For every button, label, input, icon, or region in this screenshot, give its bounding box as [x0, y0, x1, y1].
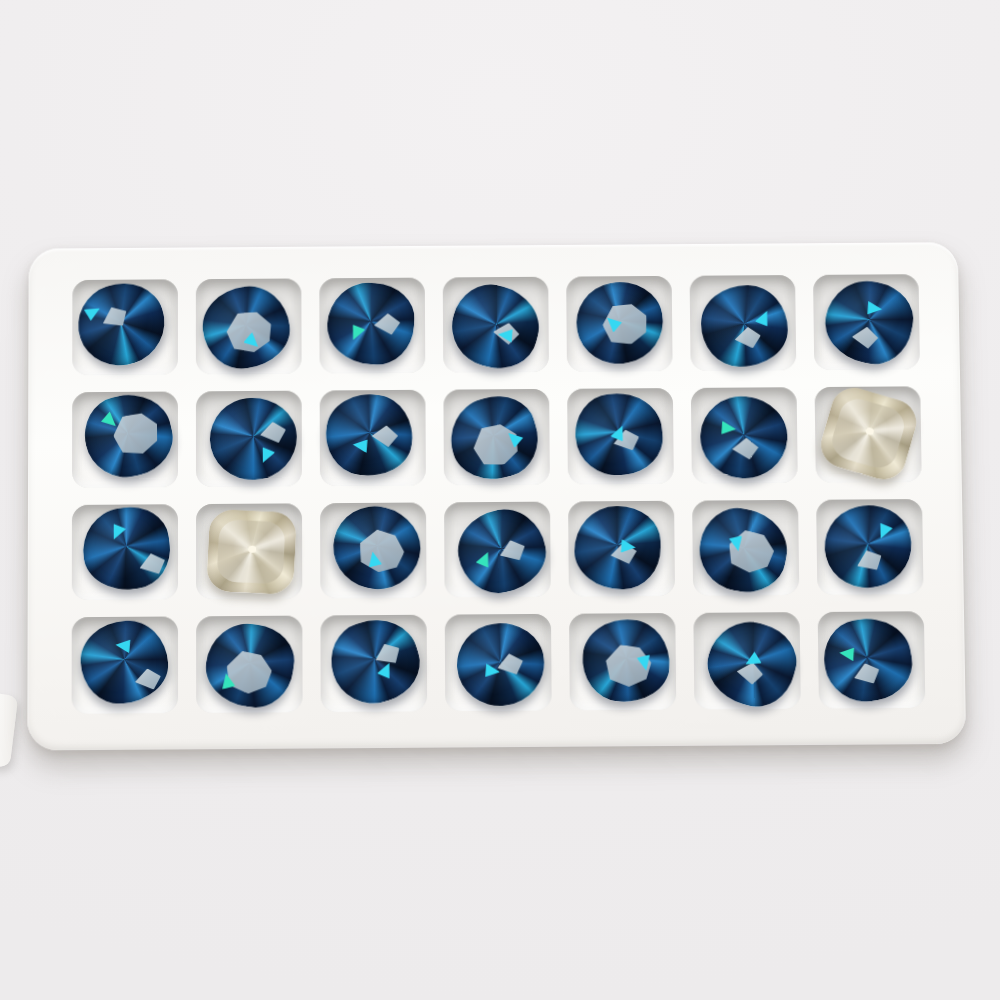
- rhinestone-blue-face-up: [77, 386, 180, 486]
- tray-cell: [693, 612, 801, 709]
- facet-highlight: [134, 668, 161, 691]
- rhinestone-blue-face-up: [817, 612, 917, 708]
- rhinestone-blue-face-up: [569, 275, 669, 371]
- facet-highlight: [259, 422, 286, 444]
- rhinestone-blue-face-up: [324, 280, 416, 367]
- rhinestone-foil-back-up: [815, 382, 921, 485]
- rhinestone-blue-face-up: [321, 609, 429, 714]
- facet-highlight: [109, 409, 162, 459]
- facet-highlight: [496, 652, 524, 676]
- tray-cell: [196, 503, 302, 600]
- facet-cyan-accent: [718, 421, 737, 438]
- tray-cell: [567, 388, 674, 484]
- rhinestone-blue-face-up: [700, 285, 787, 368]
- tray-cell: [320, 390, 426, 486]
- rhinestone-blue-face-up: [574, 506, 662, 589]
- rhinestone-blue-face-up: [452, 619, 548, 711]
- tray-cell: [320, 502, 427, 599]
- foil-point-highlight: [248, 545, 256, 553]
- facet-cyan-accent: [345, 322, 365, 342]
- rhinestone-blue-face-up: [818, 273, 919, 370]
- tray-cell: [72, 391, 178, 487]
- facet-cyan-accent: [99, 411, 119, 431]
- rhinestone-blue-face-up: [692, 502, 792, 599]
- facet-highlight: [354, 527, 408, 578]
- rhinestone-blue-face-up: [698, 612, 804, 715]
- tray-cell: [818, 611, 926, 708]
- facet-highlight: [599, 300, 651, 348]
- tray-cell: [691, 387, 798, 483]
- stray-object-edge: [0, 692, 18, 767]
- tray-cell: [569, 613, 676, 710]
- rhinestone-blue-face-up: [571, 390, 665, 480]
- tray-cell: [72, 504, 178, 601]
- tray-grid: [72, 274, 926, 714]
- rhinestone-blue-face-up: [579, 616, 672, 706]
- tray-cell: [72, 617, 178, 714]
- tray-cell: [196, 390, 302, 486]
- tray-cell: [815, 386, 922, 482]
- facet-cyan-accent: [351, 436, 370, 453]
- facet-cyan-accent: [83, 304, 102, 321]
- tray-cell: [196, 616, 303, 713]
- facet-highlight: [223, 649, 274, 696]
- rhinestone-blue-face-up: [815, 496, 920, 598]
- tray-cell: [72, 279, 178, 375]
- facet-highlight: [852, 661, 881, 687]
- facet-highlight: [371, 640, 402, 668]
- tray-cell: [690, 275, 797, 371]
- tray-cell: [816, 499, 924, 596]
- facet-cyan-accent: [106, 522, 126, 542]
- facet-cyan-accent: [864, 301, 883, 318]
- rhinestone-blue-face-up: [78, 618, 169, 706]
- facet-cyan-accent: [113, 636, 132, 653]
- tray-cell: [320, 615, 427, 712]
- facet-highlight: [731, 437, 759, 461]
- rhinestone-blue-face-up: [324, 498, 428, 599]
- facet-cyan-accent: [482, 664, 501, 681]
- facet-highlight: [137, 552, 166, 577]
- facet-highlight: [373, 312, 400, 335]
- facet-highlight: [853, 547, 884, 574]
- tray-cell: [443, 389, 550, 485]
- rhinestone-blue-face-up: [696, 393, 790, 483]
- tray-cell: [445, 614, 552, 711]
- tray-cell: [443, 277, 549, 373]
- rhinestone-blue-face-up: [451, 502, 553, 600]
- rhinestone-blue-face-up: [67, 272, 175, 377]
- facet-highlight: [497, 538, 527, 564]
- rhinestone-blue-face-up: [320, 389, 418, 483]
- tray-cell: [319, 278, 425, 374]
- rhinestone-blue-face-up: [440, 387, 546, 490]
- rhinestone-blue-face-up: [208, 397, 298, 483]
- facet-cyan-accent: [255, 445, 275, 465]
- tray-wrap: [27, 242, 966, 750]
- tray-cell: [196, 278, 302, 374]
- facet-cyan-accent: [476, 550, 496, 570]
- tray-cell: [568, 500, 675, 597]
- facet-highlight: [370, 424, 399, 449]
- tray-cell: [813, 274, 920, 370]
- rhinestone-blue-face-up: [443, 276, 547, 377]
- rhinestone-foil-back-up: [206, 509, 297, 595]
- facet-highlight: [99, 303, 130, 331]
- facet-cyan-accent: [837, 644, 856, 661]
- rhinestone-blue-face-up: [200, 619, 298, 713]
- rhinestone-blue-face-up: [77, 502, 175, 596]
- tray-cell: [566, 276, 673, 372]
- tray-cell: [444, 501, 551, 598]
- scene: [0, 0, 1000, 1000]
- facet-highlight: [850, 324, 880, 350]
- facet-highlight: [724, 528, 776, 577]
- facet-cyan-accent: [755, 309, 775, 329]
- tray-cell: [692, 499, 799, 596]
- rhinestone-blue-face-up: [198, 281, 294, 373]
- facet-cyan-accent: [377, 660, 397, 681]
- facet-highlight: [734, 327, 760, 349]
- facet-cyan-accent: [873, 521, 893, 541]
- facet-highlight: [224, 309, 274, 355]
